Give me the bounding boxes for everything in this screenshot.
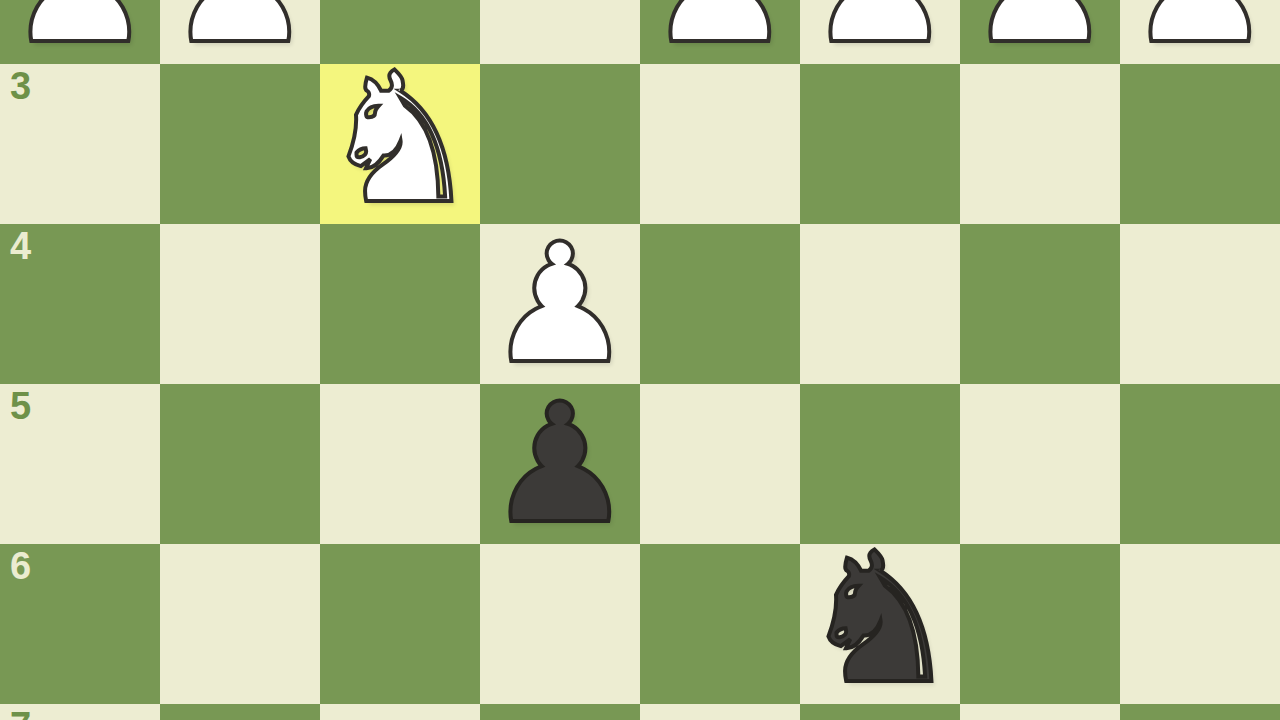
square-f7[interactable] — [320, 704, 480, 720]
square-f5[interactable] — [320, 384, 480, 544]
rank-label-6: 6 — [10, 547, 31, 585]
square-h6[interactable]: 6 — [0, 544, 160, 704]
square-e7[interactable] — [480, 704, 640, 720]
rank-label-3: 3 — [10, 67, 31, 105]
white-pawn-d2[interactable]: ♟︎ — [640, 0, 800, 64]
white-pawn-b2[interactable]: ♟︎ — [960, 0, 1120, 64]
square-d7[interactable] — [640, 704, 800, 720]
square-a5[interactable] — [1120, 384, 1280, 544]
square-e5[interactable]: ♟︎ — [480, 384, 640, 544]
square-a6[interactable] — [1120, 544, 1280, 704]
square-g6[interactable] — [160, 544, 320, 704]
black-pawn-e5[interactable]: ♟︎ — [480, 384, 640, 544]
square-g4[interactable] — [160, 224, 320, 384]
black-knight-c6[interactable]: ♞︎ — [800, 539, 960, 699]
square-d3[interactable] — [640, 64, 800, 224]
rank-label-7: 7 — [10, 707, 31, 720]
square-g2[interactable]: ♟︎ — [160, 0, 320, 64]
square-b5[interactable] — [960, 384, 1120, 544]
square-f6[interactable] — [320, 544, 480, 704]
square-e4[interactable]: ♟︎ — [480, 224, 640, 384]
square-h2[interactable]: ♟︎ — [0, 0, 160, 64]
white-pawn-c2[interactable]: ♟︎ — [800, 0, 960, 64]
square-e2[interactable] — [480, 0, 640, 64]
white-knight-f3[interactable]: ♞︎ — [320, 59, 480, 219]
square-c2[interactable]: ♟︎ — [800, 0, 960, 64]
square-g3[interactable] — [160, 64, 320, 224]
square-h4[interactable]: 4 — [0, 224, 160, 384]
square-h7[interactable]: 7 — [0, 704, 160, 720]
square-d5[interactable] — [640, 384, 800, 544]
square-b2[interactable]: ♟︎ — [960, 0, 1120, 64]
square-c4[interactable] — [800, 224, 960, 384]
square-b6[interactable] — [960, 544, 1120, 704]
square-a2[interactable]: ♟︎ — [1120, 0, 1280, 64]
white-pawn-e4[interactable]: ♟︎ — [480, 224, 640, 384]
square-d4[interactable] — [640, 224, 800, 384]
white-pawn-g2[interactable]: ♟︎ — [160, 0, 320, 64]
square-e3[interactable] — [480, 64, 640, 224]
square-e6[interactable] — [480, 544, 640, 704]
square-c3[interactable] — [800, 64, 960, 224]
square-h5[interactable]: 5 — [0, 384, 160, 544]
square-a4[interactable] — [1120, 224, 1280, 384]
rank-label-5: 5 — [10, 387, 31, 425]
square-b3[interactable] — [960, 64, 1120, 224]
square-g5[interactable] — [160, 384, 320, 544]
white-pawn-a2[interactable]: ♟︎ — [1120, 0, 1280, 64]
square-d2[interactable]: ♟︎ — [640, 0, 800, 64]
square-h3[interactable]: 3 — [0, 64, 160, 224]
square-a7[interactable] — [1120, 704, 1280, 720]
white-pawn-h2[interactable]: ♟︎ — [0, 0, 160, 64]
square-b4[interactable] — [960, 224, 1120, 384]
square-b7[interactable] — [960, 704, 1120, 720]
square-d6[interactable] — [640, 544, 800, 704]
square-c7[interactable] — [800, 704, 960, 720]
square-a3[interactable] — [1120, 64, 1280, 224]
square-c6[interactable]: ♞︎ — [800, 544, 960, 704]
board-viewport: ♟︎♟︎♟︎♟︎♟︎♟︎3♞︎4♟︎5♟︎6♞︎7 — [0, 0, 1280, 720]
square-f4[interactable] — [320, 224, 480, 384]
square-f3[interactable]: ♞︎ — [320, 64, 480, 224]
chess-board: ♟︎♟︎♟︎♟︎♟︎♟︎3♞︎4♟︎5♟︎6♞︎7 — [0, 0, 1280, 720]
square-g7[interactable] — [160, 704, 320, 720]
rank-label-4: 4 — [10, 227, 31, 265]
